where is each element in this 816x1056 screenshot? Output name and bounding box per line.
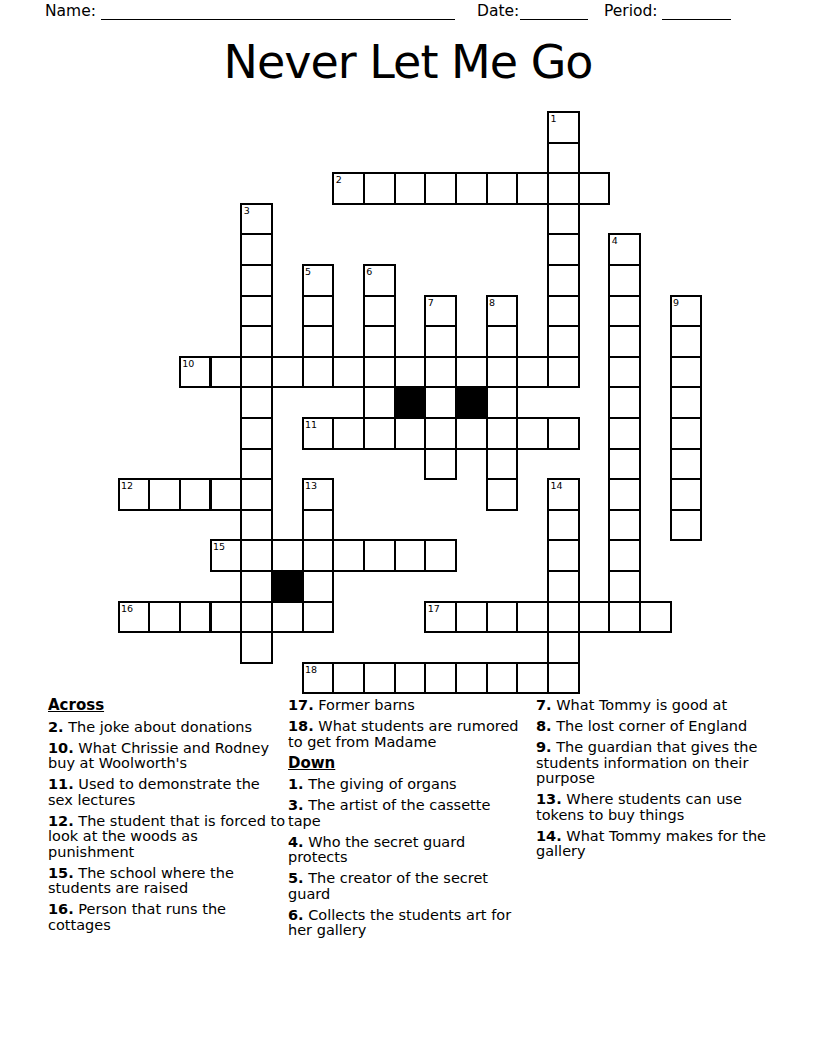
grid-cell-black (455, 386, 488, 419)
grid-cell[interactable] (578, 172, 611, 205)
grid-cell[interactable] (179, 601, 212, 634)
clue-down-9: 9. The guardian that gives the students … (536, 740, 768, 787)
grid-cell[interactable] (424, 662, 457, 695)
across-heading: Across (48, 698, 288, 714)
grid-cell[interactable] (486, 448, 519, 481)
grid-cell[interactable] (424, 448, 457, 481)
grid-cell[interactable] (424, 386, 457, 419)
grid-cell[interactable] (578, 601, 611, 634)
clue-across-18: 18. What students are rumored to get fro… (288, 719, 522, 750)
clue-number-9: 9 (673, 298, 679, 308)
grid-cell[interactable] (424, 417, 457, 450)
grid-cell[interactable] (332, 356, 365, 389)
clue-number-13: 13 (305, 481, 317, 491)
grid-cell[interactable] (670, 509, 703, 542)
grid-cell[interactable] (424, 356, 457, 389)
grid-cell[interactable] (210, 601, 243, 634)
grid-cell[interactable] (332, 662, 365, 695)
grid-cell[interactable] (608, 264, 641, 297)
grid-cell[interactable] (271, 356, 304, 389)
grid-cell[interactable] (363, 295, 396, 328)
clue-down-6: 6. Collects the students art for her gal… (288, 908, 522, 939)
grid-cell[interactable] (455, 601, 488, 634)
grid-cell[interactable] (271, 539, 304, 572)
grid-cell[interactable] (670, 386, 703, 419)
grid-cell[interactable] (547, 356, 580, 389)
clue-across-15: 15. The school where the students are ra… (48, 866, 288, 897)
grid-cell[interactable] (394, 662, 427, 695)
grid-cell[interactable] (240, 233, 273, 266)
grid-cell[interactable] (547, 601, 580, 634)
grid-cell[interactable] (240, 601, 273, 634)
grid-cell[interactable] (148, 478, 181, 511)
grid-cell[interactable] (547, 509, 580, 542)
grid-cell[interactable] (516, 417, 549, 450)
grid-cell[interactable] (302, 356, 335, 389)
grid-cell[interactable] (547, 295, 580, 328)
grid-cell-black (271, 570, 304, 603)
grid-cell[interactable] (670, 448, 703, 481)
grid-cell[interactable] (486, 417, 519, 450)
period-label: Period: (604, 2, 658, 20)
down-heading: Down (288, 756, 522, 772)
clue-across-2: 2. The joke about donations (48, 720, 288, 736)
grid-cell[interactable] (240, 509, 273, 542)
clue-down-3: 3. The artist of the cassette tape (288, 798, 522, 829)
grid-cell[interactable] (547, 172, 580, 205)
period-field[interactable] (662, 2, 731, 20)
grid-cell[interactable] (240, 478, 273, 511)
clue-number-15: 15 (213, 542, 225, 552)
grid-cell[interactable] (608, 509, 641, 542)
clue-down-4: 4. Who the secret guard protects (288, 835, 522, 866)
grid-cell[interactable] (608, 325, 641, 358)
clue-across-17: 17. Former barns (288, 698, 522, 714)
grid-cell[interactable] (516, 601, 549, 634)
clue-number-4: 4 (612, 236, 618, 246)
clue-down-5: 5. The creator of the secret guard (288, 871, 522, 902)
grid-cell[interactable] (424, 539, 457, 572)
grid-cell[interactable] (608, 386, 641, 419)
grid-cell[interactable] (302, 570, 335, 603)
grid-cell[interactable] (608, 356, 641, 389)
clue-number-16: 16 (121, 604, 133, 614)
grid-cell[interactable] (240, 570, 273, 603)
grid-cell[interactable] (486, 478, 519, 511)
worksheet-header: Name: Date: Period: (0, 0, 816, 26)
grid-cell[interactable] (302, 509, 335, 542)
clue-down-1: 1. The giving of organs (288, 777, 522, 793)
clue-column-3: 7. What Tommy is good at8. The lost corn… (536, 698, 768, 865)
grid-cell[interactable] (455, 172, 488, 205)
grid-cell[interactable] (547, 631, 580, 664)
clue-down-13: 13. Where students can use tokens to buy… (536, 792, 768, 823)
grid-cell[interactable] (302, 601, 335, 634)
grid-cell[interactable] (486, 386, 519, 419)
grid-cell[interactable] (670, 417, 703, 450)
grid-cell[interactable] (210, 478, 243, 511)
clue-number-10: 10 (182, 359, 194, 369)
grid-cell[interactable] (394, 172, 427, 205)
grid-cell[interactable] (516, 662, 549, 695)
grid-cell[interactable] (547, 662, 580, 695)
clue-number-3: 3 (244, 206, 250, 216)
grid-cell[interactable] (608, 601, 641, 634)
grid-cell[interactable] (240, 417, 273, 450)
grid-cell[interactable] (486, 601, 519, 634)
grid-cell[interactable] (394, 356, 427, 389)
name-field[interactable] (101, 2, 455, 20)
clue-number-11: 11 (305, 420, 317, 430)
clue-down-8: 8. The lost corner of England (536, 719, 768, 735)
grid-cell[interactable] (240, 448, 273, 481)
grid-cell[interactable] (240, 539, 273, 572)
grid-cell[interactable] (424, 172, 457, 205)
grid-cell[interactable] (332, 417, 365, 450)
grid-cell[interactable] (455, 417, 488, 450)
grid-cell[interactable] (547, 233, 580, 266)
grid-cell[interactable] (670, 325, 703, 358)
clue-number-1: 1 (550, 114, 556, 124)
grid-cell[interactable] (332, 539, 365, 572)
grid-cell[interactable] (516, 356, 549, 389)
grid-cell[interactable] (486, 172, 519, 205)
grid-cell[interactable] (486, 356, 519, 389)
grid-cell[interactable] (608, 295, 641, 328)
grid-cell-black (394, 386, 427, 419)
grid-cell[interactable] (547, 203, 580, 236)
grid-cell[interactable] (240, 264, 273, 297)
clue-number-12: 12 (121, 481, 133, 491)
clue-number-17: 17 (428, 604, 440, 614)
grid-cell[interactable] (179, 478, 212, 511)
grid-cell[interactable] (363, 662, 396, 695)
clue-column-1: Across2. The joke about donations10. Wha… (48, 698, 288, 939)
clue-across-10: 10. What Chrissie and Rodney buy at Wool… (48, 741, 288, 772)
grid-cell[interactable] (363, 356, 396, 389)
grid-cell[interactable] (363, 172, 396, 205)
grid-cell[interactable] (302, 295, 335, 328)
crossword-grid: 123456789101112131415161718 (118, 111, 703, 694)
clue-number-6: 6 (366, 267, 372, 277)
grid-cell[interactable] (670, 478, 703, 511)
clue-number-2: 2 (336, 175, 342, 185)
grid-cell[interactable] (394, 539, 427, 572)
grid-cell[interactable] (240, 325, 273, 358)
grid-cell[interactable] (363, 539, 396, 572)
clue-across-16: 16. Person that runs the cottages (48, 902, 288, 933)
grid-cell[interactable] (547, 264, 580, 297)
grid-cell[interactable] (240, 386, 273, 419)
grid-cell[interactable] (608, 417, 641, 450)
clue-number-8: 8 (489, 298, 495, 308)
grid-cell[interactable] (363, 417, 396, 450)
crossword-worksheet: Name: Date: Period: Never Let Me Go 1234… (0, 0, 816, 1056)
grid-cell[interactable] (608, 448, 641, 481)
date-label: Date: (477, 2, 519, 20)
grid-cell[interactable] (424, 325, 457, 358)
grid-cell[interactable] (455, 356, 488, 389)
name-label: Name: (45, 2, 96, 20)
grid-cell[interactable] (148, 601, 181, 634)
clue-number-14: 14 (550, 481, 562, 491)
grid-cell[interactable] (608, 478, 641, 511)
grid-cell[interactable] (486, 325, 519, 358)
grid-cell[interactable] (486, 662, 519, 695)
grid-cell[interactable] (240, 295, 273, 328)
grid-cell[interactable] (608, 539, 641, 572)
clue-column-2: 17. Former barns18. What students are ru… (288, 698, 522, 944)
grid-cell[interactable] (547, 325, 580, 358)
grid-cell[interactable] (210, 356, 243, 389)
clue-number-5: 5 (305, 267, 311, 277)
grid-cell[interactable] (271, 601, 304, 634)
page-title: Never Let Me Go (0, 36, 816, 88)
date-field[interactable] (520, 2, 588, 20)
grid-cell[interactable] (455, 662, 488, 695)
clue-down-14: 14. What Tommy makes for the gallery (536, 829, 768, 860)
clue-number-7: 7 (428, 298, 434, 308)
grid-cell[interactable] (608, 570, 641, 603)
grid-cell[interactable] (302, 325, 335, 358)
clue-across-12: 12. The student that is forced to look a… (48, 814, 288, 861)
grid-cell[interactable] (547, 417, 580, 450)
clue-number-18: 18 (305, 665, 317, 675)
grid-cell[interactable] (639, 601, 672, 634)
grid-cell[interactable] (363, 386, 396, 419)
grid-cell[interactable] (547, 539, 580, 572)
grid-cell[interactable] (240, 356, 273, 389)
grid-cell[interactable] (670, 356, 703, 389)
grid-cell[interactable] (547, 142, 580, 175)
clue-across-11: 11. Used to demonstrate the sex lectures (48, 777, 288, 808)
grid-cell[interactable] (240, 631, 273, 664)
grid-cell[interactable] (516, 172, 549, 205)
grid-cell[interactable] (302, 539, 335, 572)
clue-down-7: 7. What Tommy is good at (536, 698, 768, 714)
grid-cell[interactable] (363, 325, 396, 358)
grid-cell[interactable] (547, 570, 580, 603)
grid-cell[interactable] (394, 417, 427, 450)
